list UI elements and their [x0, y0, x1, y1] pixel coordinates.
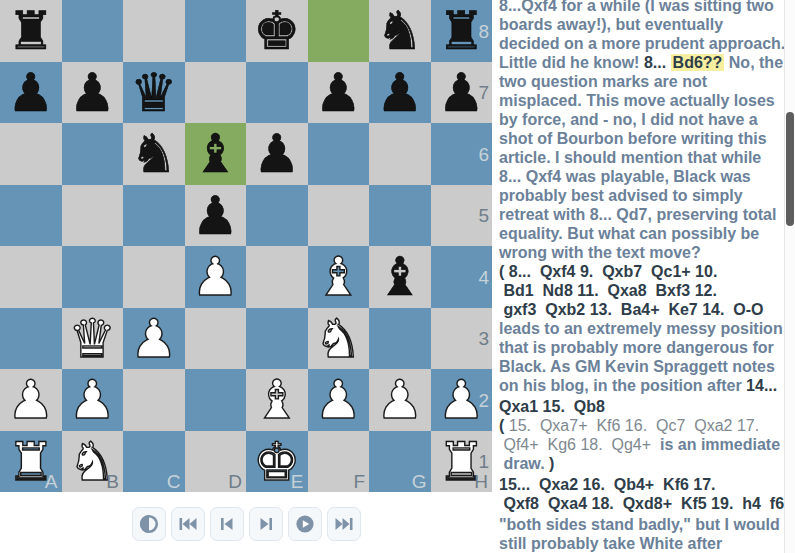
- annotation-line: equality. But what can possibly be: [499, 224, 787, 243]
- commentary-text: misplaced. This move actually loses: [499, 92, 775, 109]
- square-h7[interactable]: ♟7: [431, 62, 493, 124]
- commentary-text: that is probably more dangerous for: [499, 339, 774, 356]
- annotation-line: gxf3 Qxb2 13. Ba4+ Ke7 14. O-O: [499, 300, 787, 319]
- white-queen: ♛: [68, 308, 116, 369]
- square-h6[interactable]: 6: [431, 123, 493, 185]
- black-knight: ♞: [130, 123, 178, 184]
- move-text[interactable]: 14...: [746, 377, 777, 394]
- black-bishop: ♝: [376, 246, 424, 307]
- commentary-text: No, the: [724, 54, 783, 71]
- move-text[interactable]: 8...: [644, 54, 671, 71]
- square-g8[interactable]: ♞: [369, 0, 431, 62]
- square-f5[interactable]: [308, 185, 370, 247]
- file-label-h: H: [474, 472, 488, 491]
- black-queen: ♛: [130, 62, 178, 123]
- next-move-button[interactable]: [249, 507, 283, 541]
- move-navigation-controls: [0, 507, 492, 541]
- square-g4[interactable]: ♝: [369, 246, 431, 308]
- white-bishop: ♝: [314, 246, 362, 307]
- black-pawn: ♟: [191, 185, 239, 246]
- step-back-icon: [217, 514, 237, 534]
- annotation-line: Black. As GM Kevin Spraggett notes: [499, 357, 787, 376]
- square-e5[interactable]: [246, 185, 308, 247]
- square-d1[interactable]: D: [185, 431, 247, 493]
- square-c4[interactable]: [123, 246, 185, 308]
- square-e1[interactable]: ♚E: [246, 431, 308, 493]
- square-h5[interactable]: 5: [431, 185, 493, 247]
- commentary-text: 8...Qxf4 for a while (I was sitting two: [499, 0, 774, 14]
- square-d2[interactable]: [185, 369, 247, 431]
- move-text[interactable]: Qxa1 15. Qb8: [499, 398, 605, 415]
- commentary-text: equality. But what can possibly be: [499, 225, 759, 242]
- commentary-text: on his blog, in the position after: [499, 377, 746, 394]
- square-b1[interactable]: ♞B: [62, 431, 124, 493]
- annotation-line: ( 15. Qxa7+ Kf6 16. Qc7 Qxa2 17.: [499, 416, 787, 435]
- commentary-text: "both sides stand badly," but I would: [499, 516, 780, 533]
- rank-label-2: 2: [478, 390, 489, 409]
- black-bishop: ♝: [191, 123, 239, 184]
- square-c5[interactable]: [123, 185, 185, 247]
- commentary-text: Little did he know!: [499, 54, 644, 71]
- file-label-g: G: [412, 472, 427, 491]
- commentary-text: retreat with 8... Qd7, preserving total: [499, 206, 776, 223]
- commentary-text: decided on a more prudent approach.: [499, 35, 785, 52]
- black-pawn: ♟: [376, 62, 424, 123]
- commentary-text: by force, and - no, I did not have a: [499, 111, 758, 128]
- scrollbar-thumb[interactable]: [786, 112, 794, 226]
- move-text[interactable]: ): [549, 455, 554, 472]
- square-c2[interactable]: [123, 369, 185, 431]
- black-pawn: ♟: [7, 62, 55, 123]
- annotation-line: Little did he know! 8... Bd6?? No, the: [499, 53, 787, 72]
- square-d3[interactable]: [185, 308, 247, 370]
- black-king: ♚: [253, 0, 301, 61]
- annotation-line: Bd1 Nd8 11. Qxa8 Bxf3 12.: [499, 281, 787, 300]
- white-pawn: ♟: [130, 308, 178, 369]
- chess-board: ♜♚♞♜8♟♟♛♟♟♟7♞♝♟6♟5♟♝♝4♛♟♞3♟♟♝♟♟♟2♜A♞BCD♚…: [0, 0, 492, 492]
- annotation-line: Qxa1 15. Qb8: [499, 397, 787, 416]
- square-d4[interactable]: ♟: [185, 246, 247, 308]
- square-d8[interactable]: [185, 0, 247, 62]
- square-f8[interactable]: [308, 0, 370, 62]
- annotation-line: on his blog, in the position after 14...: [499, 376, 787, 395]
- half-circle-icon: [139, 514, 159, 534]
- autoplay-button[interactable]: [288, 507, 322, 541]
- square-a1[interactable]: ♜A: [0, 431, 62, 493]
- annotation-line: wrong with the text move?: [499, 243, 787, 262]
- square-g2[interactable]: ♟: [369, 369, 431, 431]
- commentary-text: draw.: [499, 455, 549, 472]
- commentary-text: probably best advised to simply: [499, 187, 743, 204]
- annotation-line: article. I should mention that while: [499, 148, 787, 167]
- annotation-line: still probably take White after: [499, 534, 787, 553]
- commentary-text: leads to an extremely messy position: [499, 320, 783, 337]
- black-pawn: ♟: [314, 62, 362, 123]
- square-g6[interactable]: [369, 123, 431, 185]
- square-c8[interactable]: [123, 0, 185, 62]
- white-pawn: ♟: [376, 369, 424, 430]
- annotation-line: "both sides stand badly," but I would: [499, 515, 787, 534]
- square-c3[interactable]: ♟: [123, 308, 185, 370]
- white-knight: ♞: [314, 308, 362, 369]
- square-c1[interactable]: C: [123, 431, 185, 493]
- move-text[interactable]: Qxf8 Qxa4 18. Qxd8+ Kf5 19. h4 f6: [499, 495, 784, 512]
- square-a8[interactable]: ♜: [0, 0, 62, 62]
- annotation-line: 8... Qxf4 was playable, Black was: [499, 167, 787, 186]
- commentary-text: article. I should mention that while: [499, 149, 761, 166]
- square-b6[interactable]: [62, 123, 124, 185]
- annotation-line: that is probably more dangerous for: [499, 338, 787, 357]
- annotation-line: probably best advised to simply: [499, 186, 787, 205]
- annotation-line: misplaced. This move actually loses: [499, 91, 787, 110]
- move-text[interactable]: (: [499, 417, 509, 434]
- annotation-line: by force, and - no, I did not have a: [499, 110, 787, 129]
- square-f3[interactable]: ♞: [308, 308, 370, 370]
- annotation-line: 8...Qxf4 for a while (I was sitting two: [499, 0, 787, 15]
- annotation-line: 15... Qxa2 16. Qb4+ Kf6 17.: [499, 475, 787, 494]
- square-b4[interactable]: [62, 246, 124, 308]
- square-h3[interactable]: 3: [431, 308, 493, 370]
- last-move-button[interactable]: [327, 507, 361, 541]
- square-h1[interactable]: ♜1H: [431, 431, 493, 493]
- square-d7[interactable]: [185, 62, 247, 124]
- annotation-line: retreat with 8... Qd7, preserving total: [499, 205, 787, 224]
- commentary-text: boards away!), but eventually: [499, 16, 723, 33]
- square-e3[interactable]: [246, 308, 308, 370]
- square-a4[interactable]: [0, 246, 62, 308]
- square-b3[interactable]: ♛: [62, 308, 124, 370]
- square-b5[interactable]: [62, 185, 124, 247]
- annotation-line: two question marks are not: [499, 72, 787, 91]
- annotation-line: Qxf8 Qxa4 18. Qxd8+ Kf5 19. h4 f6: [499, 494, 787, 513]
- skip-to-end-icon: [334, 514, 354, 534]
- move-text[interactable]: Bd1 Nd8 11. Qxa8 Bxf3 12.: [499, 282, 717, 299]
- square-b8[interactable]: [62, 0, 124, 62]
- square-e8[interactable]: ♚: [246, 0, 308, 62]
- move-text[interactable]: 15. Qxa7+ Kf6 16. Qc7 Qxa2 17.: [509, 417, 759, 434]
- file-label-f: F: [353, 472, 365, 491]
- previous-move-button[interactable]: [210, 507, 244, 541]
- step-forward-icon: [256, 514, 276, 534]
- white-pawn: ♟: [7, 369, 55, 430]
- square-d5[interactable]: ♟: [185, 185, 247, 247]
- black-rook: ♜: [7, 0, 55, 61]
- square-e2[interactable]: ♝: [246, 369, 308, 431]
- black-pawn: ♟: [253, 123, 301, 184]
- square-f4[interactable]: ♝: [308, 246, 370, 308]
- commentary-text: shot of Bourbon before writing this: [499, 130, 767, 147]
- commentary-text: is an immediate: [656, 436, 781, 453]
- square-g1[interactable]: G: [369, 431, 431, 493]
- square-b2[interactable]: ♟: [62, 369, 124, 431]
- rank-label-1: 1: [478, 452, 489, 471]
- square-h8[interactable]: ♜8: [431, 0, 493, 62]
- chess-analysis-viewer: ♜♚♞♜8♟♟♛♟♟♟7♞♝♟6♟5♟♝♝4♛♟♞3♟♟♝♟♟♟2♜A♞BCD♚…: [0, 0, 795, 553]
- square-f6[interactable]: [308, 123, 370, 185]
- move-text[interactable]: 15... Qxa2 16. Qb4+ Kf6 17.: [499, 476, 716, 493]
- skip-to-start-icon: [178, 514, 198, 534]
- square-a2[interactable]: ♟: [0, 369, 62, 431]
- play-circle-icon: [295, 514, 315, 534]
- commentary-text: still probably take White after: [499, 535, 722, 552]
- rank-label-7: 7: [478, 83, 489, 102]
- annotation-line: draw. ): [499, 454, 787, 473]
- square-f7[interactable]: ♟: [308, 62, 370, 124]
- square-h4[interactable]: 4: [431, 246, 493, 308]
- square-g5[interactable]: [369, 185, 431, 247]
- annotation-line: ( 8... Qxf4 9. Qxb7 Qc1+ 10.: [499, 262, 787, 281]
- annotation-line: decided on a more prudent approach.: [499, 34, 787, 53]
- black-pawn: ♟: [68, 62, 116, 123]
- commentary-text: Black. As GM Kevin Spraggett notes: [499, 358, 775, 375]
- file-label-b: B: [106, 472, 119, 491]
- square-h2[interactable]: ♟2: [431, 369, 493, 431]
- square-b7[interactable]: ♟: [62, 62, 124, 124]
- file-label-d: D: [228, 472, 242, 491]
- move-text[interactable]: Qf4+ Kg6 18. Qg4+: [499, 436, 656, 453]
- black-knight: ♞: [376, 0, 424, 61]
- file-label-a: A: [45, 472, 58, 491]
- scrollbar-track[interactable]: [784, 0, 795, 553]
- square-f2[interactable]: ♟: [308, 369, 370, 431]
- square-f1[interactable]: F: [308, 431, 370, 493]
- file-label-c: C: [167, 472, 181, 491]
- square-a3[interactable]: [0, 308, 62, 370]
- annotation-line: boards away!), but eventually: [499, 15, 787, 34]
- commentary-text: two question marks are not: [499, 73, 707, 90]
- white-pawn: ♟: [314, 369, 362, 430]
- square-g7[interactable]: ♟: [369, 62, 431, 124]
- move-text[interactable]: ( 8... Qxf4 9. Qxb7 Qc1+ 10.: [499, 263, 717, 280]
- commentary-text: 8... Qxf4 was playable, Black was: [499, 168, 751, 185]
- first-move-button[interactable]: [171, 507, 205, 541]
- rank-label-8: 8: [478, 21, 489, 40]
- file-label-e: E: [291, 472, 304, 491]
- rank-label-6: 6: [478, 144, 489, 163]
- rank-label-4: 4: [478, 267, 489, 286]
- move-text[interactable]: Bd6??: [671, 54, 725, 71]
- white-pawn: ♟: [191, 246, 239, 307]
- square-a5[interactable]: [0, 185, 62, 247]
- annotation-line: leads to an extremely messy position: [499, 319, 787, 338]
- annotation-line: Qf4+ Kg6 18. Qg4+ is an immediate: [499, 435, 787, 454]
- square-a7[interactable]: ♟: [0, 62, 62, 124]
- annotation-panel: 8...Qxf4 for a while (I was sitting twob…: [499, 0, 787, 553]
- move-text[interactable]: gxf3 Qxb2 13. Ba4+ Ke7 14. O-O: [499, 301, 764, 318]
- square-c6[interactable]: ♞: [123, 123, 185, 185]
- commentary-text: wrong with the text move?: [499, 244, 701, 261]
- white-pawn: ♟: [68, 369, 116, 430]
- square-a6[interactable]: [0, 123, 62, 185]
- square-e7[interactable]: [246, 62, 308, 124]
- square-e4[interactable]: [246, 246, 308, 308]
- rank-label-3: 3: [478, 329, 489, 348]
- white-bishop: ♝: [253, 369, 301, 430]
- square-g3[interactable]: [369, 308, 431, 370]
- square-c7[interactable]: ♛: [123, 62, 185, 124]
- flip-board-button[interactable]: [132, 507, 166, 541]
- annotation-line: shot of Bourbon before writing this: [499, 129, 787, 148]
- square-e6[interactable]: ♟: [246, 123, 308, 185]
- square-d6[interactable]: ♝: [185, 123, 247, 185]
- rank-label-5: 5: [478, 206, 489, 225]
